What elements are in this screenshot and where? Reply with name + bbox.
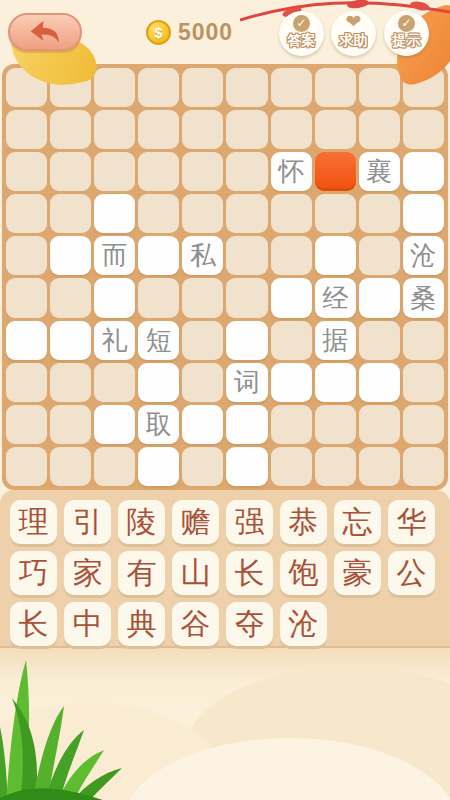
cell-r3-c4 bbox=[138, 152, 179, 191]
cell-r2-c2 bbox=[50, 110, 91, 149]
back-arrow-icon bbox=[25, 17, 65, 47]
coin-counter: $ 5000 bbox=[146, 19, 233, 46]
cell-r3-c2 bbox=[50, 152, 91, 191]
cell-r4-c5 bbox=[182, 194, 223, 233]
cell-r5-c4[interactable] bbox=[138, 236, 179, 275]
cell-r2-c6 bbox=[226, 110, 267, 149]
cell-char: 经 bbox=[322, 281, 348, 316]
tray-tile-1-4[interactable]: 赡 bbox=[172, 500, 219, 544]
cell-r4-c6 bbox=[226, 194, 267, 233]
cell-r7-c4[interactable]: 短 bbox=[138, 321, 179, 360]
cell-r3-c10[interactable] bbox=[403, 152, 444, 191]
cell-r9-c4[interactable]: 取 bbox=[138, 405, 179, 444]
cell-r7-c10 bbox=[403, 321, 444, 360]
tray-tile-3-2[interactable]: 中 bbox=[64, 602, 111, 646]
cell-r10-c1 bbox=[6, 447, 47, 486]
tile-tray: 理引陵赡强恭忘华 巧家有山长饱豪公 长中典谷夺沧 bbox=[0, 490, 450, 648]
cell-char: 私 bbox=[190, 238, 216, 273]
cell-r9-c6[interactable] bbox=[226, 405, 267, 444]
cell-r4-c8 bbox=[315, 194, 356, 233]
tray-tile-1-5[interactable]: 强 bbox=[226, 500, 273, 544]
cell-r3-c7[interactable]: 怀 bbox=[271, 152, 312, 191]
grass-icon bbox=[0, 654, 172, 800]
cell-r6-c10[interactable]: 桑 bbox=[403, 278, 444, 317]
cell-char: 词 bbox=[234, 365, 260, 400]
header-bar: $ 5000 ✓ 答案 ❤ 求助 ✓ 提示 bbox=[0, 0, 450, 64]
cell-r10-c6[interactable] bbox=[226, 447, 267, 486]
cell-r9-c7 bbox=[271, 405, 312, 444]
cell-r1-c4 bbox=[138, 68, 179, 107]
cell-r6-c3[interactable] bbox=[94, 278, 135, 317]
cell-r6-c4 bbox=[138, 278, 179, 317]
answer-button-label: 答案 bbox=[288, 32, 316, 48]
cell-r1-c9 bbox=[359, 68, 400, 107]
cell-r1-c5 bbox=[182, 68, 223, 107]
tray-tile-3-3[interactable]: 典 bbox=[118, 602, 165, 646]
cell-r3-c3 bbox=[94, 152, 135, 191]
cell-char: 取 bbox=[146, 407, 172, 442]
scenery-background bbox=[0, 648, 450, 800]
cell-r5-c7 bbox=[271, 236, 312, 275]
cell-r7-c1[interactable] bbox=[6, 321, 47, 360]
cell-r2-c3 bbox=[94, 110, 135, 149]
puzzle-board: 怀襄而私沧经桑礼短据词取 bbox=[2, 64, 448, 490]
cell-r8-c10 bbox=[403, 363, 444, 402]
cell-r8-c9[interactable] bbox=[359, 363, 400, 402]
cell-r2-c8 bbox=[315, 110, 356, 149]
cell-r2-c7 bbox=[271, 110, 312, 149]
cell-r9-c8 bbox=[315, 405, 356, 444]
tray-tile-1-3[interactable]: 陵 bbox=[118, 500, 165, 544]
help-button-label: 求助 bbox=[340, 32, 368, 48]
cell-r4-c2 bbox=[50, 194, 91, 233]
cell-r4-c10[interactable] bbox=[403, 194, 444, 233]
cell-r8-c6[interactable]: 词 bbox=[226, 363, 267, 402]
tray-tile-2-7[interactable]: 豪 bbox=[334, 551, 381, 595]
cell-r4-c3[interactable] bbox=[94, 194, 135, 233]
heart-hands-icon: ❤ bbox=[346, 12, 362, 32]
cell-r9-c5[interactable] bbox=[182, 405, 223, 444]
tray-tile-1-2[interactable]: 引 bbox=[64, 500, 111, 544]
game-screen: $ 5000 ✓ 答案 ❤ 求助 ✓ 提示 怀襄而私沧经桑礼短据词取 理引陵赡强… bbox=[0, 0, 450, 800]
cell-r2-c5 bbox=[182, 110, 223, 149]
cell-r10-c9 bbox=[359, 447, 400, 486]
cell-r2-c4 bbox=[138, 110, 179, 149]
cell-r6-c8[interactable]: 经 bbox=[315, 278, 356, 317]
cell-r3-c1 bbox=[6, 152, 47, 191]
tray-tile-2-2[interactable]: 家 bbox=[64, 551, 111, 595]
cell-r5-c10[interactable]: 沧 bbox=[403, 236, 444, 275]
tray-tile-3-1[interactable]: 长 bbox=[10, 602, 57, 646]
cell-r6-c6 bbox=[226, 278, 267, 317]
cell-r7-c8[interactable]: 据 bbox=[315, 321, 356, 360]
cell-r6-c1 bbox=[6, 278, 47, 317]
cell-r4-c9 bbox=[359, 194, 400, 233]
cell-r4-c7 bbox=[271, 194, 312, 233]
help-button[interactable]: ❤ 求助 bbox=[331, 11, 376, 56]
cell-char: 襄 bbox=[366, 154, 392, 189]
cell-r6-c5 bbox=[182, 278, 223, 317]
cell-char: 短 bbox=[146, 323, 172, 358]
cell-r3-c9[interactable]: 襄 bbox=[359, 152, 400, 191]
cell-char: 桑 bbox=[410, 281, 436, 316]
tray-tile-2-3[interactable]: 有 bbox=[118, 551, 165, 595]
cell-r8-c3 bbox=[94, 363, 135, 402]
cell-r7-c2[interactable] bbox=[50, 321, 91, 360]
cell-r5-c8[interactable] bbox=[315, 236, 356, 275]
cell-r7-c6[interactable] bbox=[226, 321, 267, 360]
cell-r5-c9 bbox=[359, 236, 400, 275]
cell-r3-c6 bbox=[226, 152, 267, 191]
cell-char: 礼 bbox=[102, 323, 128, 358]
cell-r1-c6 bbox=[226, 68, 267, 107]
cell-char: 沧 bbox=[410, 238, 436, 273]
tray-tile-2-4[interactable]: 山 bbox=[172, 551, 219, 595]
tray-tile-3-6[interactable]: 沧 bbox=[280, 602, 327, 646]
cell-r9-c10 bbox=[403, 405, 444, 444]
cell-char: 据 bbox=[322, 323, 348, 358]
cell-r10-c8 bbox=[315, 447, 356, 486]
cell-r3-c5 bbox=[182, 152, 223, 191]
cell-char: 怀 bbox=[278, 154, 304, 189]
cell-r8-c8[interactable] bbox=[315, 363, 356, 402]
tray-tile-2-6[interactable]: 饱 bbox=[280, 551, 327, 595]
cell-r5-c3[interactable]: 而 bbox=[94, 236, 135, 275]
cell-r1-c3 bbox=[94, 68, 135, 107]
cell-r8-c2 bbox=[50, 363, 91, 402]
cell-r10-c2 bbox=[50, 447, 91, 486]
check-circle-icon: ✓ bbox=[293, 15, 310, 32]
tray-row-2: 巧家有山长饱豪公 bbox=[0, 551, 450, 595]
check-circle-icon: ✓ bbox=[398, 15, 415, 32]
cell-r6-c7[interactable] bbox=[271, 278, 312, 317]
cell-r5-c5[interactable]: 私 bbox=[182, 236, 223, 275]
tray-tile-1-6[interactable]: 恭 bbox=[280, 500, 327, 544]
cell-r10-c5 bbox=[182, 447, 223, 486]
back-button[interactable] bbox=[8, 13, 82, 51]
cell-r5-c2[interactable] bbox=[50, 236, 91, 275]
cell-r8-c5 bbox=[182, 363, 223, 402]
tray-tile-2-5[interactable]: 长 bbox=[226, 551, 273, 595]
answer-button[interactable]: ✓ 答案 bbox=[279, 11, 324, 56]
cell-r1-c8 bbox=[315, 68, 356, 107]
cell-r2-c10 bbox=[403, 110, 444, 149]
hint-button[interactable]: ✓ 提示 bbox=[384, 11, 429, 56]
cell-r10-c4[interactable] bbox=[138, 447, 179, 486]
cell-r6-c9[interactable] bbox=[359, 278, 400, 317]
cell-r4-c1 bbox=[6, 194, 47, 233]
cell-r5-c6 bbox=[226, 236, 267, 275]
cell-r7-c5 bbox=[182, 321, 223, 360]
cell-r6-c2 bbox=[50, 278, 91, 317]
cell-r5-c1 bbox=[6, 236, 47, 275]
cell-r7-c3[interactable]: 礼 bbox=[94, 321, 135, 360]
cell-r10-c10 bbox=[403, 447, 444, 486]
tray-tile-1-1[interactable]: 理 bbox=[10, 500, 57, 544]
coin-icon: $ bbox=[146, 20, 171, 45]
cell-r2-c1 bbox=[6, 110, 47, 149]
cell-r4-c4 bbox=[138, 194, 179, 233]
tray-tile-1-7[interactable]: 忘 bbox=[334, 500, 381, 544]
tray-tile-3-4[interactable]: 谷 bbox=[172, 602, 219, 646]
cell-r8-c4[interactable] bbox=[138, 363, 179, 402]
coin-amount: 5000 bbox=[178, 19, 233, 46]
cell-r1-c7 bbox=[271, 68, 312, 107]
tray-tile-2-8[interactable]: 公 bbox=[388, 551, 435, 595]
cell-r10-c3 bbox=[94, 447, 135, 486]
cell-r8-c7[interactable] bbox=[271, 363, 312, 402]
cell-r9-c2 bbox=[50, 405, 91, 444]
cell-r7-c9 bbox=[359, 321, 400, 360]
cell-r10-c7 bbox=[271, 447, 312, 486]
cell-r8-c1 bbox=[6, 363, 47, 402]
hint-button-label: 提示 bbox=[393, 32, 421, 48]
tray-tile-3-5[interactable]: 夺 bbox=[226, 602, 273, 646]
tray-tile-2-1[interactable]: 巧 bbox=[10, 551, 57, 595]
cell-r2-c9 bbox=[359, 110, 400, 149]
cell-r7-c7 bbox=[271, 321, 312, 360]
tray-tile-1-8[interactable]: 华 bbox=[388, 500, 435, 544]
tray-row-1: 理引陵赡强恭忘华 bbox=[0, 500, 450, 544]
tray-row-3: 长中典谷夺沧 bbox=[0, 602, 450, 646]
cell-char: 而 bbox=[102, 238, 128, 273]
cell-r3-c8[interactable] bbox=[315, 152, 356, 191]
cell-r9-c1 bbox=[6, 405, 47, 444]
cell-r9-c3[interactable] bbox=[94, 405, 135, 444]
cell-r9-c9 bbox=[359, 405, 400, 444]
